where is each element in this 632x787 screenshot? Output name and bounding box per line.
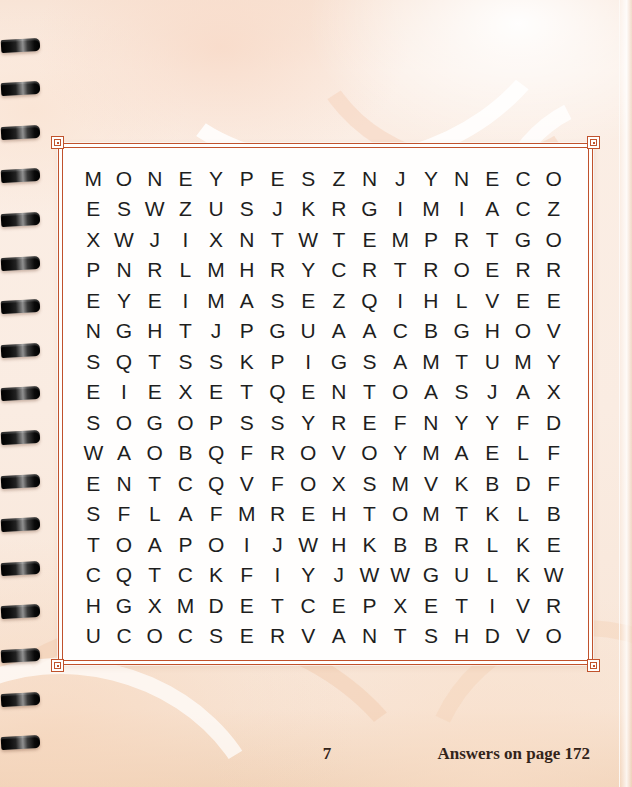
- grid-cell[interactable]: E: [477, 163, 508, 194]
- grid-cell[interactable]: E: [293, 499, 324, 530]
- grid-cell[interactable]: E: [262, 163, 293, 194]
- grid-cell[interactable]: T: [324, 224, 355, 255]
- grid-cell[interactable]: C: [78, 560, 109, 591]
- grid-cell[interactable]: J: [477, 377, 508, 408]
- grid-cell[interactable]: V: [324, 438, 355, 469]
- grid-cell[interactable]: A: [354, 316, 385, 347]
- grid-cell[interactable]: N: [446, 163, 477, 194]
- grid-cell[interactable]: N: [231, 224, 262, 255]
- grid-cell[interactable]: I: [170, 285, 201, 316]
- border-corner-ornament: [51, 659, 64, 672]
- grid-cell[interactable]: T: [231, 377, 262, 408]
- grid-cell[interactable]: T: [78, 529, 109, 560]
- grid-cell[interactable]: G: [262, 316, 293, 347]
- grid-cell[interactable]: Z: [170, 194, 201, 225]
- grid-cell[interactable]: P: [231, 163, 262, 194]
- grid-cell[interactable]: K: [354, 529, 385, 560]
- grid-cell[interactable]: E: [78, 194, 109, 225]
- grid-cell[interactable]: F: [231, 560, 262, 591]
- grid-cell[interactable]: O: [538, 163, 569, 194]
- grid-cell[interactable]: R: [538, 255, 569, 286]
- grid-cell[interactable]: R: [262, 621, 293, 652]
- grid-cell[interactable]: C: [385, 316, 416, 347]
- grid-cell[interactable]: T: [139, 560, 170, 591]
- grid-cell[interactable]: P: [78, 255, 109, 286]
- grid-cell[interactable]: C: [508, 163, 539, 194]
- grid-cell[interactable]: E: [78, 468, 109, 499]
- grid-cell[interactable]: M: [416, 194, 447, 225]
- grid-cell[interactable]: N: [354, 163, 385, 194]
- grid-cell[interactable]: Y: [446, 407, 477, 438]
- grid-cell[interactable]: C: [508, 194, 539, 225]
- grid-cell[interactable]: O: [538, 224, 569, 255]
- grid-cell[interactable]: D: [201, 590, 232, 621]
- grid-cell[interactable]: W: [139, 194, 170, 225]
- spiral-binding-coil: [1, 81, 41, 96]
- grid-cell[interactable]: Y: [293, 407, 324, 438]
- grid-cell[interactable]: G: [139, 407, 170, 438]
- grid-cell[interactable]: L: [477, 529, 508, 560]
- grid-cell[interactable]: H: [324, 529, 355, 560]
- grid-cell[interactable]: S: [446, 377, 477, 408]
- spiral-binding-coil: [1, 168, 41, 183]
- grid-cell[interactable]: E: [354, 224, 385, 255]
- grid-cell[interactable]: E: [293, 377, 324, 408]
- grid-cell[interactable]: H: [231, 255, 262, 286]
- grid-cell[interactable]: V: [508, 621, 539, 652]
- page-edge-highlight: [619, 0, 632, 787]
- grid-cell[interactable]: K: [477, 499, 508, 530]
- grid-cell[interactable]: Y: [416, 163, 447, 194]
- grid-cell[interactable]: I: [109, 377, 140, 408]
- spiral-binding-coil: [1, 604, 41, 619]
- grid-cell[interactable]: N: [324, 377, 355, 408]
- grid-cell[interactable]: G: [354, 194, 385, 225]
- grid-cell[interactable]: F: [109, 499, 140, 530]
- grid-cell[interactable]: L: [508, 499, 539, 530]
- spiral-binding-coil: [1, 648, 41, 663]
- grid-cell[interactable]: Q: [109, 560, 140, 591]
- grid-cell[interactable]: O: [201, 529, 232, 560]
- grid-cell[interactable]: M: [201, 285, 232, 316]
- spiral-binding-coil: [1, 735, 41, 750]
- grid-cell[interactable]: C: [293, 590, 324, 621]
- grid-cell[interactable]: Y: [293, 560, 324, 591]
- grid-cell[interactable]: J: [201, 316, 232, 347]
- grid-cell[interactable]: Q: [201, 468, 232, 499]
- grid-cell[interactable]: O: [293, 438, 324, 469]
- grid-cell[interactable]: O: [170, 407, 201, 438]
- grid-cell[interactable]: Z: [324, 163, 355, 194]
- border-corner-ornament: [51, 136, 64, 149]
- grid-cell[interactable]: R: [354, 255, 385, 286]
- grid-cell[interactable]: U: [78, 621, 109, 652]
- grid-cell[interactable]: H: [446, 621, 477, 652]
- grid-cell[interactable]: X: [78, 224, 109, 255]
- book-page: MONEYPESZNJYNECOESWZUSJKRGIMIACZXWJIXNTW…: [0, 0, 632, 787]
- grid-cell[interactable]: W: [293, 224, 324, 255]
- grid-cell[interactable]: A: [170, 499, 201, 530]
- grid-cell[interactable]: G: [446, 316, 477, 347]
- grid-cell[interactable]: O: [354, 438, 385, 469]
- grid-cell[interactable]: Y: [293, 255, 324, 286]
- grid-cell[interactable]: F: [538, 438, 569, 469]
- spiral-binding-coil: [1, 299, 41, 314]
- grid-cell[interactable]: E: [538, 529, 569, 560]
- grid-cell[interactable]: T: [262, 590, 293, 621]
- grid-cell[interactable]: T: [139, 468, 170, 499]
- grid-cell[interactable]: I: [262, 560, 293, 591]
- grid-cell[interactable]: Y: [109, 285, 140, 316]
- grid-cell[interactable]: C: [170, 468, 201, 499]
- grid-cell[interactable]: U: [446, 560, 477, 591]
- grid-cell[interactable]: O: [293, 468, 324, 499]
- grid-cell[interactable]: E: [231, 590, 262, 621]
- grid-cell[interactable]: N: [416, 407, 447, 438]
- page-number: 7: [300, 744, 354, 764]
- grid-cell[interactable]: S: [109, 194, 140, 225]
- grid-cell[interactable]: O: [139, 438, 170, 469]
- grid-cell[interactable]: S: [262, 285, 293, 316]
- grid-cell[interactable]: R: [416, 255, 447, 286]
- grid-cell[interactable]: N: [109, 255, 140, 286]
- grid-cell[interactable]: M: [416, 346, 447, 377]
- grid-cell[interactable]: A: [109, 438, 140, 469]
- grid-cell[interactable]: G: [416, 560, 447, 591]
- grid-cell[interactable]: O: [508, 316, 539, 347]
- grid-cell[interactable]: C: [170, 560, 201, 591]
- grid-cell[interactable]: J: [139, 224, 170, 255]
- grid-cell[interactable]: R: [446, 224, 477, 255]
- grid-cell[interactable]: X: [201, 224, 232, 255]
- grid-cell[interactable]: E: [78, 377, 109, 408]
- grid-cell[interactable]: Z: [538, 194, 569, 225]
- grid-cell[interactable]: R: [324, 407, 355, 438]
- grid-cell[interactable]: P: [354, 590, 385, 621]
- grid-cell[interactable]: R: [324, 194, 355, 225]
- grid-cell[interactable]: K: [201, 560, 232, 591]
- grid-cell[interactable]: M: [201, 255, 232, 286]
- grid-cell[interactable]: T: [385, 255, 416, 286]
- grid-cell[interactable]: N: [109, 468, 140, 499]
- grid-cell[interactable]: A: [385, 346, 416, 377]
- grid-cell[interactable]: J: [385, 163, 416, 194]
- grid-cell[interactable]: S: [262, 407, 293, 438]
- grid-cell[interactable]: D: [538, 407, 569, 438]
- grid-cell[interactable]: I: [477, 590, 508, 621]
- grid-cell[interactable]: S: [170, 346, 201, 377]
- grid-cell[interactable]: B: [416, 316, 447, 347]
- spiral-binding-coil: [1, 517, 41, 532]
- grid-cell[interactable]: T: [170, 316, 201, 347]
- grid-cell[interactable]: A: [139, 529, 170, 560]
- spiral-binding-coil: [1, 37, 41, 52]
- grid-cell[interactable]: V: [416, 468, 447, 499]
- grid-cell[interactable]: M: [231, 499, 262, 530]
- grid-cell[interactable]: P: [416, 224, 447, 255]
- grid-cell[interactable]: S: [78, 346, 109, 377]
- grid-cell[interactable]: G: [109, 316, 140, 347]
- grid-cell[interactable]: W: [385, 560, 416, 591]
- spiral-binding-coil: [1, 255, 41, 270]
- grid-cell[interactable]: W: [109, 224, 140, 255]
- grid-cell[interactable]: U: [293, 316, 324, 347]
- grid-cell[interactable]: R: [139, 255, 170, 286]
- grid-cell[interactable]: O: [109, 529, 140, 560]
- grid-cell[interactable]: Q: [109, 346, 140, 377]
- grid-cell[interactable]: M: [385, 468, 416, 499]
- grid-cell[interactable]: W: [293, 529, 324, 560]
- grid-cell[interactable]: L: [446, 285, 477, 316]
- grid-cell[interactable]: B: [416, 529, 447, 560]
- grid-cell[interactable]: O: [385, 377, 416, 408]
- grid-cell[interactable]: J: [324, 560, 355, 591]
- grid-cell[interactable]: N: [139, 163, 170, 194]
- grid-cell[interactable]: L: [170, 255, 201, 286]
- grid-cell[interactable]: B: [385, 529, 416, 560]
- grid-cell[interactable]: L: [508, 438, 539, 469]
- grid-cell[interactable]: K: [231, 346, 262, 377]
- grid-cell[interactable]: S: [201, 346, 232, 377]
- grid-cell[interactable]: J: [262, 529, 293, 560]
- grid-cell[interactable]: T: [354, 377, 385, 408]
- grid-cell[interactable]: L: [139, 499, 170, 530]
- grid-cell[interactable]: E: [324, 590, 355, 621]
- grid-cell[interactable]: R: [262, 255, 293, 286]
- grid-cell[interactable]: Y: [477, 407, 508, 438]
- grid-cell[interactable]: F: [262, 468, 293, 499]
- grid-cell[interactable]: P: [231, 316, 262, 347]
- grid-cell[interactable]: C: [109, 621, 140, 652]
- grid-cell[interactable]: K: [293, 194, 324, 225]
- grid-cell[interactable]: A: [416, 377, 447, 408]
- grid-cell[interactable]: Q: [262, 377, 293, 408]
- grid-cell[interactable]: T: [446, 590, 477, 621]
- grid-cell[interactable]: V: [477, 285, 508, 316]
- grid-cell[interactable]: A: [231, 285, 262, 316]
- grid-cell[interactable]: S: [231, 194, 262, 225]
- grid-cell[interactable]: G: [324, 346, 355, 377]
- grid-cell[interactable]: J: [262, 194, 293, 225]
- grid-cell[interactable]: E: [293, 285, 324, 316]
- spiral-binding-coil: [1, 386, 41, 401]
- grid-cell[interactable]: A: [508, 377, 539, 408]
- grid-cell[interactable]: S: [416, 621, 447, 652]
- grid-cell[interactable]: F: [231, 438, 262, 469]
- grid-cell[interactable]: F: [201, 499, 232, 530]
- grid-cell[interactable]: Y: [201, 163, 232, 194]
- spiral-binding-coil: [1, 125, 41, 140]
- grid-cell[interactable]: G: [508, 224, 539, 255]
- grid-cell[interactable]: E: [416, 590, 447, 621]
- grid-cell[interactable]: O: [109, 163, 140, 194]
- grid-cell[interactable]: D: [508, 468, 539, 499]
- grid-cell[interactable]: E: [538, 285, 569, 316]
- grid-cell[interactable]: E: [139, 285, 170, 316]
- grid-cell[interactable]: M: [78, 163, 109, 194]
- grid-cell[interactable]: X: [538, 377, 569, 408]
- grid-cell[interactable]: B: [477, 468, 508, 499]
- decorative-border-frame: MONEYPESZNJYNECOESWZUSJKRGIMIACZXWJIXNTW…: [58, 143, 593, 665]
- spiral-binding-coil: [1, 691, 41, 706]
- grid-cell[interactable]: Y: [385, 438, 416, 469]
- answers-note: Answers on page 172: [437, 744, 590, 764]
- grid-cell[interactable]: E: [78, 285, 109, 316]
- grid-cell[interactable]: E: [508, 285, 539, 316]
- border-corner-ornament: [587, 659, 600, 672]
- grid-cell[interactable]: E: [231, 621, 262, 652]
- grid-cell[interactable]: S: [354, 468, 385, 499]
- grid-cell[interactable]: H: [324, 499, 355, 530]
- grid-cell[interactable]: U: [477, 346, 508, 377]
- grid-cell[interactable]: V: [231, 468, 262, 499]
- grid-cell[interactable]: A: [324, 621, 355, 652]
- grid-cell[interactable]: T: [446, 346, 477, 377]
- grid-cell[interactable]: T: [477, 224, 508, 255]
- grid-cell[interactable]: E: [201, 377, 232, 408]
- grid-cell[interactable]: S: [201, 621, 232, 652]
- grid-cell[interactable]: H: [78, 590, 109, 621]
- grid-cell[interactable]: C: [324, 255, 355, 286]
- grid-cell[interactable]: E: [170, 163, 201, 194]
- grid-cell[interactable]: R: [538, 590, 569, 621]
- grid-cell[interactable]: A: [324, 316, 355, 347]
- grid-cell[interactable]: X: [385, 590, 416, 621]
- grid-cell[interactable]: M: [170, 590, 201, 621]
- grid-cell[interactable]: G: [109, 590, 140, 621]
- grid-cell[interactable]: B: [170, 438, 201, 469]
- grid-cell[interactable]: W: [78, 438, 109, 469]
- spiral-binding-coil: [1, 343, 41, 358]
- grid-cell[interactable]: P: [170, 529, 201, 560]
- grid-cell[interactable]: M: [416, 438, 447, 469]
- grid-cell[interactable]: F: [385, 407, 416, 438]
- grid-cell[interactable]: W: [538, 560, 569, 591]
- grid-cell[interactable]: W: [354, 560, 385, 591]
- grid-cell[interactable]: R: [262, 438, 293, 469]
- grid-cell[interactable]: M: [508, 346, 539, 377]
- grid-cell[interactable]: T: [354, 499, 385, 530]
- grid-cell[interactable]: F: [508, 407, 539, 438]
- grid-cell[interactable]: O: [139, 621, 170, 652]
- grid-cell[interactable]: I: [446, 194, 477, 225]
- grid-cell[interactable]: U: [201, 194, 232, 225]
- grid-cell[interactable]: P: [262, 346, 293, 377]
- grid-cell[interactable]: R: [446, 529, 477, 560]
- border-corner-ornament: [587, 136, 600, 149]
- grid-cell[interactable]: Y: [538, 346, 569, 377]
- grid-cell[interactable]: I: [385, 194, 416, 225]
- grid-cell[interactable]: K: [508, 529, 539, 560]
- grid-cell[interactable]: A: [446, 438, 477, 469]
- grid-cell[interactable]: S: [231, 407, 262, 438]
- grid-cell[interactable]: K: [508, 560, 539, 591]
- spiral-binding-coil: [1, 430, 41, 445]
- grid-cell[interactable]: X: [170, 377, 201, 408]
- grid-cell[interactable]: O: [538, 621, 569, 652]
- grid-cell[interactable]: B: [538, 499, 569, 530]
- spiral-binding-coil: [1, 212, 41, 227]
- grid-cell[interactable]: T: [385, 621, 416, 652]
- grid-cell[interactable]: D: [477, 621, 508, 652]
- grid-cell[interactable]: N: [354, 621, 385, 652]
- grid-cell[interactable]: Q: [201, 438, 232, 469]
- grid-cell[interactable]: I: [385, 285, 416, 316]
- grid-cell[interactable]: F: [538, 468, 569, 499]
- grid-cell[interactable]: E: [139, 377, 170, 408]
- grid-cell[interactable]: T: [139, 346, 170, 377]
- grid-cell[interactable]: O: [385, 499, 416, 530]
- grid-cell[interactable]: O: [109, 407, 140, 438]
- grid-cell[interactable]: M: [416, 499, 447, 530]
- grid-cell[interactable]: K: [446, 468, 477, 499]
- grid-cell[interactable]: E: [354, 407, 385, 438]
- grid-cell[interactable]: M: [385, 224, 416, 255]
- grid-cell[interactable]: H: [139, 316, 170, 347]
- grid-cell[interactable]: H: [416, 285, 447, 316]
- grid-cell[interactable]: C: [170, 621, 201, 652]
- grid-cell[interactable]: O: [446, 255, 477, 286]
- word-search-grid: MONEYPESZNJYNECOESWZUSJKRGIMIACZXWJIXNTW…: [78, 163, 569, 651]
- grid-cell[interactable]: H: [477, 316, 508, 347]
- grid-cell[interactable]: S: [78, 407, 109, 438]
- grid-cell[interactable]: X: [139, 590, 170, 621]
- grid-cell[interactable]: I: [170, 224, 201, 255]
- grid-cell[interactable]: L: [477, 560, 508, 591]
- grid-cell[interactable]: P: [201, 407, 232, 438]
- grid-cell[interactable]: X: [324, 468, 355, 499]
- grid-cell[interactable]: T: [446, 499, 477, 530]
- grid-cell[interactable]: E: [477, 255, 508, 286]
- grid-cell[interactable]: V: [508, 590, 539, 621]
- grid-cell[interactable]: I: [231, 529, 262, 560]
- grid-cell[interactable]: Z: [324, 285, 355, 316]
- grid-cell[interactable]: S: [78, 499, 109, 530]
- grid-cell[interactable]: R: [508, 255, 539, 286]
- grid-cell[interactable]: Q: [354, 285, 385, 316]
- grid-cell[interactable]: N: [78, 316, 109, 347]
- grid-cell[interactable]: I: [293, 346, 324, 377]
- grid-cell[interactable]: A: [477, 194, 508, 225]
- grid-cell[interactable]: S: [293, 163, 324, 194]
- spiral-binding-coil: [1, 561, 41, 576]
- grid-cell[interactable]: S: [354, 346, 385, 377]
- grid-cell[interactable]: R: [262, 499, 293, 530]
- grid-cell[interactable]: V: [293, 621, 324, 652]
- spiral-binding-coil: [1, 473, 41, 488]
- grid-cell[interactable]: E: [477, 438, 508, 469]
- grid-cell[interactable]: T: [262, 224, 293, 255]
- grid-cell[interactable]: V: [538, 316, 569, 347]
